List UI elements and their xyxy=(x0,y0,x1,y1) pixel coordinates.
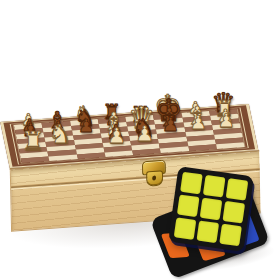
square-c1 xyxy=(76,152,105,159)
square-d1 xyxy=(104,150,133,157)
cube-sticker-yellow-2 xyxy=(226,178,249,201)
cube-sticker-yellow-3 xyxy=(177,195,200,218)
cube-sticker-yellow-1 xyxy=(203,175,226,198)
square-g1 xyxy=(188,144,217,151)
product-photo-chess-set: ♟♞♚♟♜♝♛♝♟♟♟♟♞♜♟♟♜♛♟♝♞♟♜♚♟♟♟♝♟♟♟♞ xyxy=(0,0,280,280)
cube-sticker-yellow-0 xyxy=(180,172,203,195)
square-e1 xyxy=(132,148,161,155)
rubiks-cube-yellow-face xyxy=(174,172,249,247)
rubiks-cube-top xyxy=(168,166,254,252)
cube-sticker-yellow-8 xyxy=(219,224,242,247)
cube-sticker-yellow-7 xyxy=(197,220,220,243)
square-h1 xyxy=(216,142,245,149)
cube-sticker-yellow-5 xyxy=(222,201,245,224)
square-a1 xyxy=(21,156,50,163)
cube-sticker-yellow-6 xyxy=(174,217,197,240)
square-b1 xyxy=(49,154,78,161)
square-f1 xyxy=(160,146,189,153)
brass-clasp-icon xyxy=(141,159,167,189)
cube-sticker-yellow-4 xyxy=(200,198,223,221)
